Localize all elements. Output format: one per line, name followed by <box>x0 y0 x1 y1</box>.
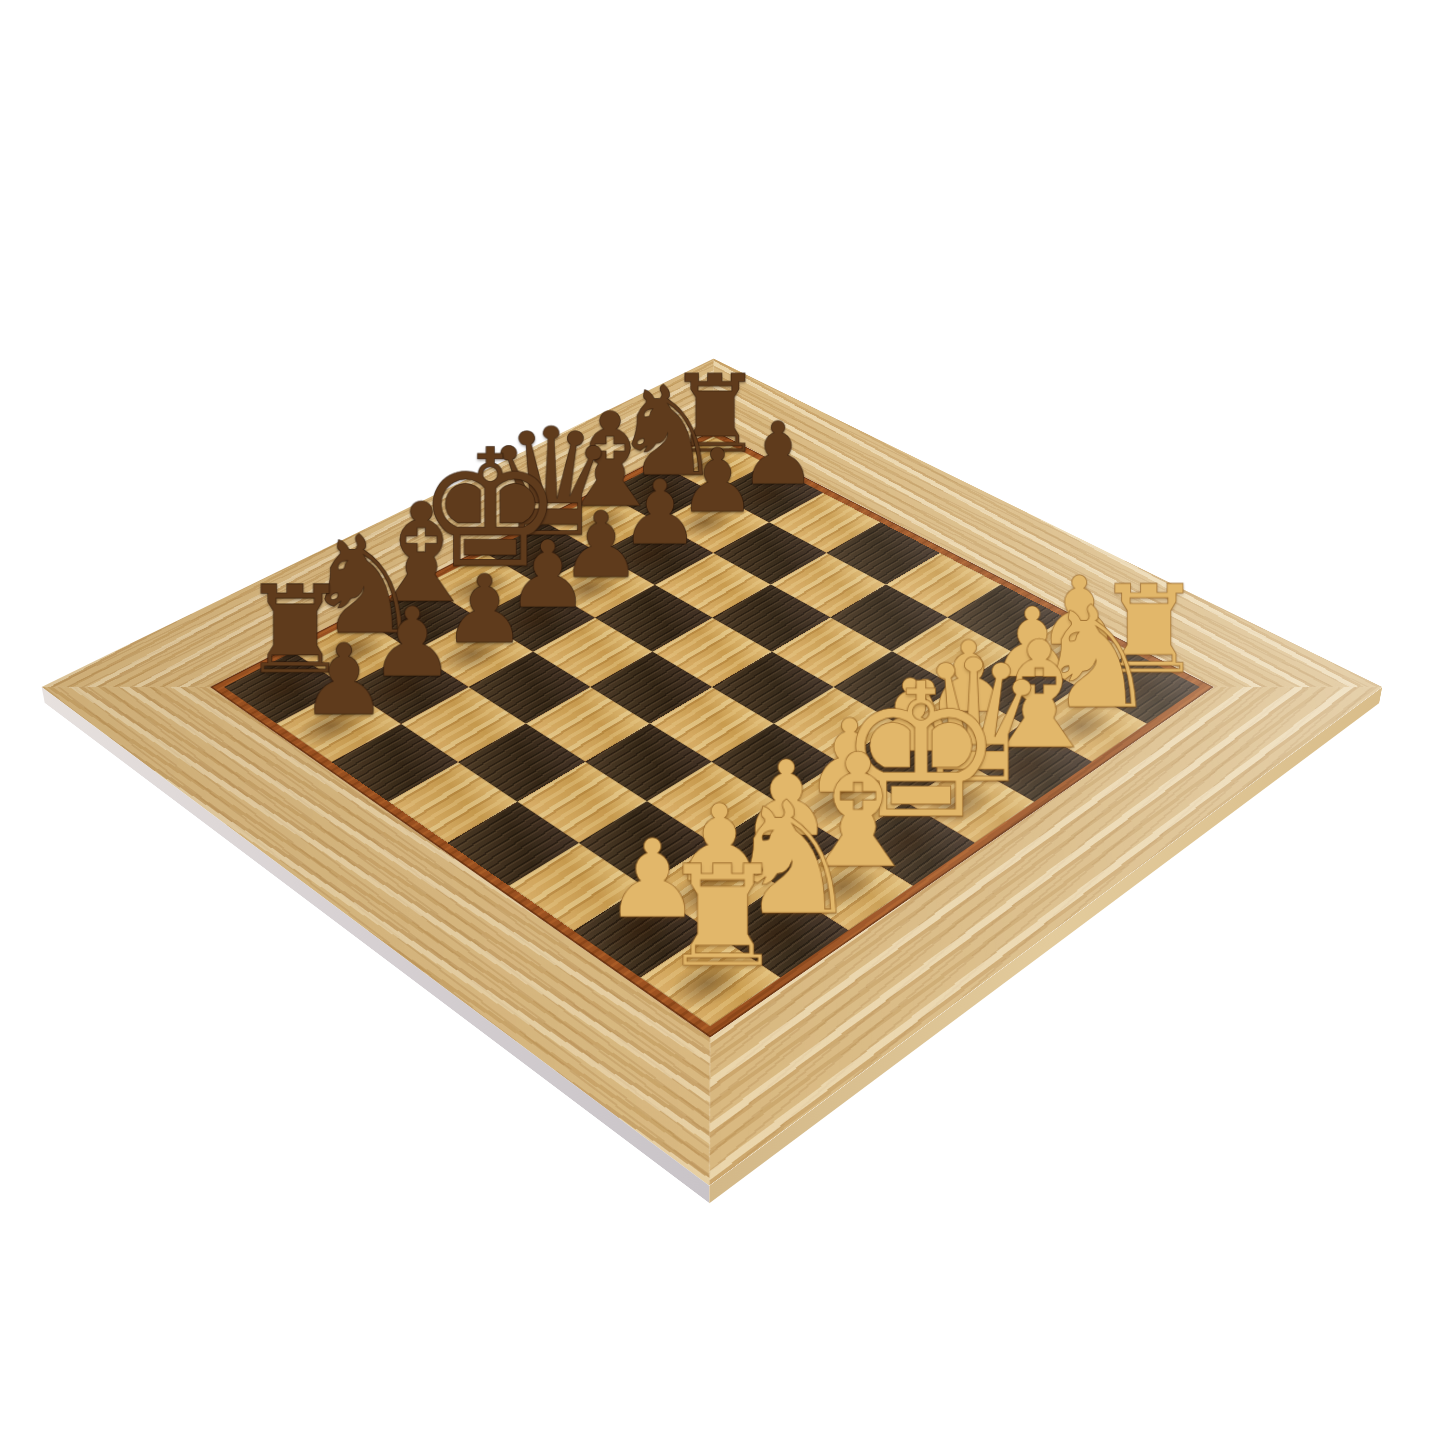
chess-board: ♜♞♝♚♛♝♞♜♟♟♟♟♟♟♟♟♟♟♟♟♟♟♟♟♜♞♝♚♛♝♞♜ <box>42 359 1383 1186</box>
scene: ♜♞♝♚♛♝♞♜♟♟♟♟♟♟♟♟♟♟♟♟♟♟♟♟♜♞♝♚♛♝♞♜ <box>0 0 1445 1445</box>
product-photo-canvas: ♜♞♝♚♛♝♞♜♟♟♟♟♟♟♟♟♟♟♟♟♟♟♟♟♜♞♝♚♛♝♞♜ <box>0 0 1445 1445</box>
white-rook-icon: ♜ <box>619 847 827 987</box>
black-pawn-icon: ♟ <box>252 631 436 729</box>
